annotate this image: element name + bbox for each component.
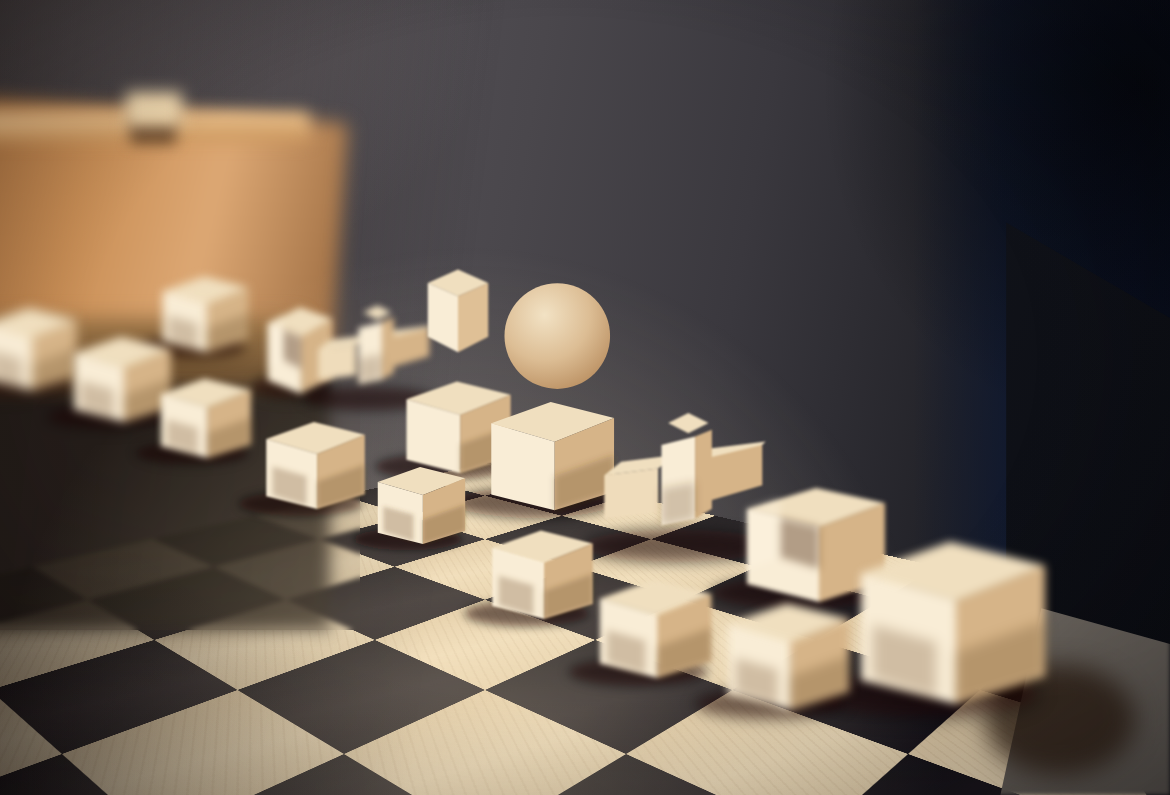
wooden-box-knob — [126, 92, 182, 126]
photo-bauhaus-chess-scene: ♖♙♘♗♙♙♔♙♕♙♗♘♙♙♖♙ — [0, 0, 1170, 795]
piece-white-pawn-c2: ♙ — [488, 511, 596, 621]
piece-white-pawn-d2: ♙ — [374, 450, 468, 546]
piece-white-queen-d1: ♕ — [486, 278, 618, 513]
piece-white-rook-a1: ♖ — [853, 506, 1051, 708]
wall-dark-corner — [819, 0, 1170, 437]
piece-white-pawn-a2: ♙ — [723, 580, 853, 713]
piece-white-pawn-e2: ♙ — [262, 403, 368, 511]
piece-white-pawn-h2: ♙ — [0, 290, 80, 392]
piece-white-pawn-f2: ♙ — [157, 361, 254, 460]
piece-white-pawn-b2: ♙ — [595, 558, 715, 680]
